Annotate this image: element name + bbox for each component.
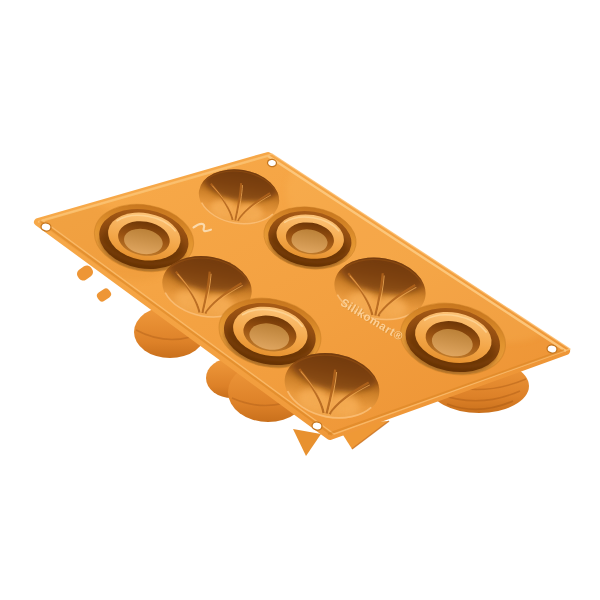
mold-foot-tab [95,287,112,303]
corner-fin [293,429,321,456]
mold-illustration: Silikomart® Silikomart® [0,0,600,600]
product-photo: Silikomart® Silikomart® [0,0,600,600]
